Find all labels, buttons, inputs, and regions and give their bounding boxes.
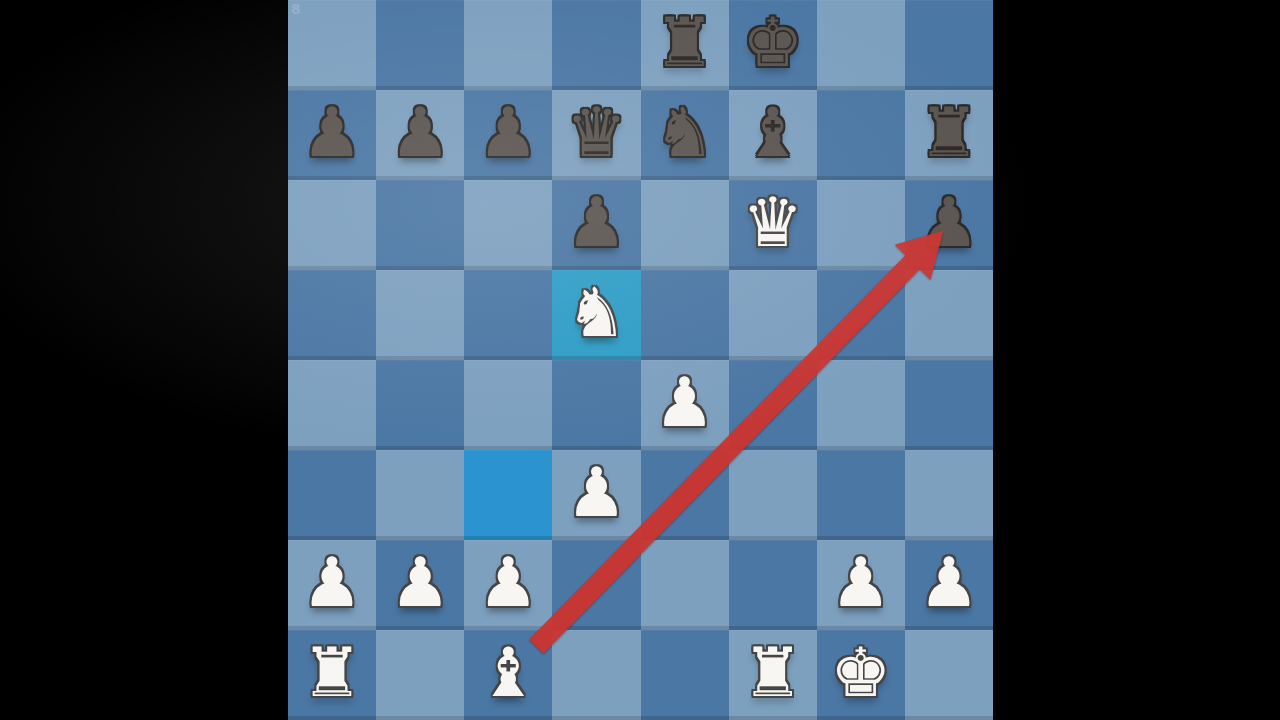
square-h2[interactable]: ♟: [905, 540, 993, 630]
square-e3[interactable]: [641, 450, 729, 540]
square-f7[interactable]: ♝: [729, 90, 817, 180]
white-pawn-a2[interactable]: ♟: [302, 549, 363, 617]
square-c3[interactable]: [464, 450, 552, 540]
square-h5[interactable]: [905, 270, 993, 360]
square-h7[interactable]: ♜: [905, 90, 993, 180]
square-b5[interactable]: [376, 270, 464, 360]
square-c8[interactable]: [464, 0, 552, 90]
black-rook-h7[interactable]: ♜: [918, 99, 979, 167]
square-h4[interactable]: [905, 360, 993, 450]
white-rook-f1[interactable]: ♜: [742, 639, 803, 707]
square-e8[interactable]: ♜: [641, 0, 729, 90]
square-e6[interactable]: [641, 180, 729, 270]
white-pawn-d3[interactable]: ♟: [566, 459, 627, 527]
white-queen-f6[interactable]: ♛: [742, 189, 803, 257]
square-b7[interactable]: ♟: [376, 90, 464, 180]
square-f2[interactable]: [729, 540, 817, 630]
square-d7[interactable]: ♛: [552, 90, 640, 180]
square-g8[interactable]: [817, 0, 905, 90]
square-c6[interactable]: [464, 180, 552, 270]
square-d2[interactable]: [552, 540, 640, 630]
white-pawn-h2[interactable]: ♟: [918, 549, 979, 617]
video-frame: ♜♚♟♟♟♛♞♝♜♟♛♟♞♟♟♟♟♟♟♟♜♝♜♚ 8: [0, 0, 1280, 720]
square-d3[interactable]: ♟: [552, 450, 640, 540]
square-c4[interactable]: [464, 360, 552, 450]
white-knight-d5[interactable]: ♞: [566, 279, 627, 347]
white-pawn-b2[interactable]: ♟: [390, 549, 451, 617]
square-a7[interactable]: ♟: [288, 90, 376, 180]
square-g6[interactable]: [817, 180, 905, 270]
square-d8[interactable]: [552, 0, 640, 90]
square-b2[interactable]: ♟: [376, 540, 464, 630]
square-a1[interactable]: ♜: [288, 630, 376, 720]
square-g2[interactable]: ♟: [817, 540, 905, 630]
square-a8[interactable]: [288, 0, 376, 90]
square-a4[interactable]: [288, 360, 376, 450]
square-h3[interactable]: [905, 450, 993, 540]
black-knight-e7[interactable]: ♞: [654, 99, 715, 167]
square-g1[interactable]: ♚: [817, 630, 905, 720]
square-c5[interactable]: [464, 270, 552, 360]
black-pawn-c7[interactable]: ♟: [478, 99, 539, 167]
square-a5[interactable]: [288, 270, 376, 360]
black-king-f8[interactable]: ♚: [742, 9, 803, 77]
square-d6[interactable]: ♟: [552, 180, 640, 270]
black-queen-d7[interactable]: ♛: [566, 99, 627, 167]
square-f5[interactable]: [729, 270, 817, 360]
square-f1[interactable]: ♜: [729, 630, 817, 720]
square-a6[interactable]: [288, 180, 376, 270]
black-pawn-b7[interactable]: ♟: [390, 99, 451, 167]
square-e1[interactable]: [641, 630, 729, 720]
square-b8[interactable]: [376, 0, 464, 90]
square-d5[interactable]: ♞: [552, 270, 640, 360]
white-pawn-g2[interactable]: ♟: [830, 549, 891, 617]
black-bishop-f7[interactable]: ♝: [742, 99, 803, 167]
white-pawn-e4[interactable]: ♟: [654, 369, 715, 437]
square-a2[interactable]: ♟: [288, 540, 376, 630]
square-b1[interactable]: [376, 630, 464, 720]
square-e2[interactable]: [641, 540, 729, 630]
square-d1[interactable]: [552, 630, 640, 720]
square-g3[interactable]: [817, 450, 905, 540]
square-c2[interactable]: ♟: [464, 540, 552, 630]
square-b3[interactable]: [376, 450, 464, 540]
square-e7[interactable]: ♞: [641, 90, 729, 180]
square-f4[interactable]: [729, 360, 817, 450]
white-pawn-c2[interactable]: ♟: [478, 549, 539, 617]
square-h6[interactable]: ♟: [905, 180, 993, 270]
black-pawn-a7[interactable]: ♟: [302, 99, 363, 167]
square-e5[interactable]: [641, 270, 729, 360]
square-g7[interactable]: [817, 90, 905, 180]
chess-board: ♜♚♟♟♟♛♞♝♜♟♛♟♞♟♟♟♟♟♟♟♜♝♜♚: [288, 0, 993, 720]
white-rook-a1[interactable]: ♜: [302, 639, 363, 707]
square-f8[interactable]: ♚: [729, 0, 817, 90]
square-c7[interactable]: ♟: [464, 90, 552, 180]
square-h1[interactable]: [905, 630, 993, 720]
black-pawn-h6[interactable]: ♟: [918, 189, 979, 257]
white-bishop-c1[interactable]: ♝: [478, 639, 539, 707]
square-b6[interactable]: [376, 180, 464, 270]
square-d4[interactable]: [552, 360, 640, 450]
square-f3[interactable]: [729, 450, 817, 540]
black-pawn-d6[interactable]: ♟: [566, 189, 627, 257]
square-f6[interactable]: ♛: [729, 180, 817, 270]
black-rook-e8[interactable]: ♜: [654, 9, 715, 77]
square-g5[interactable]: [817, 270, 905, 360]
square-a3[interactable]: [288, 450, 376, 540]
square-b4[interactable]: [376, 360, 464, 450]
square-g4[interactable]: [817, 360, 905, 450]
square-c1[interactable]: ♝: [464, 630, 552, 720]
white-king-g1[interactable]: ♚: [830, 639, 891, 707]
square-e4[interactable]: ♟: [641, 360, 729, 450]
square-h8[interactable]: [905, 0, 993, 90]
